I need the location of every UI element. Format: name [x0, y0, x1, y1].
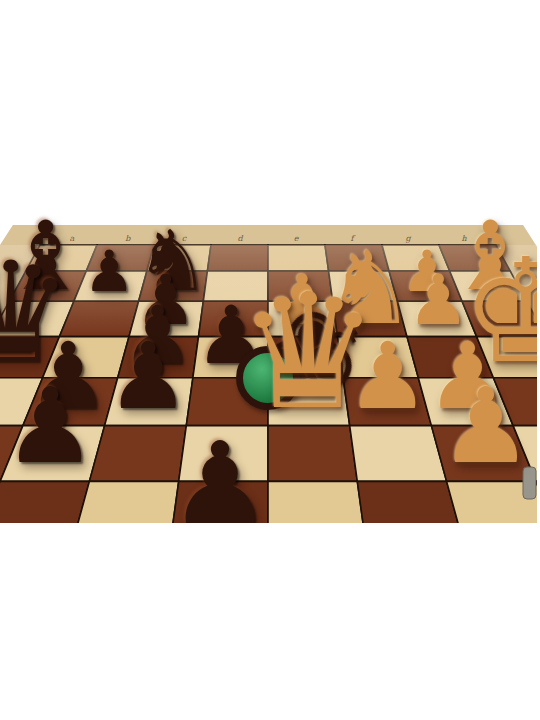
file-label-h: h [462, 234, 468, 243]
square-d3 [179, 426, 268, 482]
square-d5 [193, 337, 268, 378]
chessboard-photo: abcdefgh ♝♟♞♛♟♟♟♟♟♚♟♟♟♝♟♞♟♚♛♟♟♟ [0, 185, 537, 523]
square-e2 [268, 481, 366, 523]
board-hinge [523, 467, 536, 499]
file-label-g: g [406, 234, 412, 243]
square-e5 [268, 337, 343, 378]
file-label-a: a [69, 234, 74, 243]
chess-board: abcdefgh [0, 185, 537, 523]
file-label-d: d [237, 234, 243, 243]
square-e4 [268, 378, 350, 426]
square-c3 [89, 426, 186, 482]
square-d2 [170, 481, 268, 523]
square-c4 [105, 378, 193, 426]
file-label-c: c [182, 234, 187, 243]
square-c5 [118, 337, 199, 378]
square-f5 [338, 337, 419, 378]
square-d4 [186, 378, 268, 426]
file-label-b: b [125, 234, 131, 243]
square-e3 [268, 426, 357, 482]
square-f3 [350, 426, 447, 482]
distance-haze [0, 245, 537, 335]
square-f4 [343, 378, 431, 426]
square-c2 [72, 481, 179, 523]
square-b2 [0, 481, 89, 523]
